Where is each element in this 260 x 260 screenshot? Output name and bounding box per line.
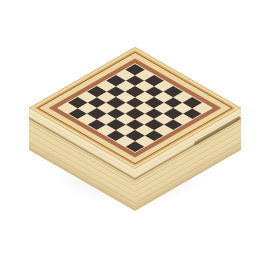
- product-photo-scene: [0, 0, 260, 260]
